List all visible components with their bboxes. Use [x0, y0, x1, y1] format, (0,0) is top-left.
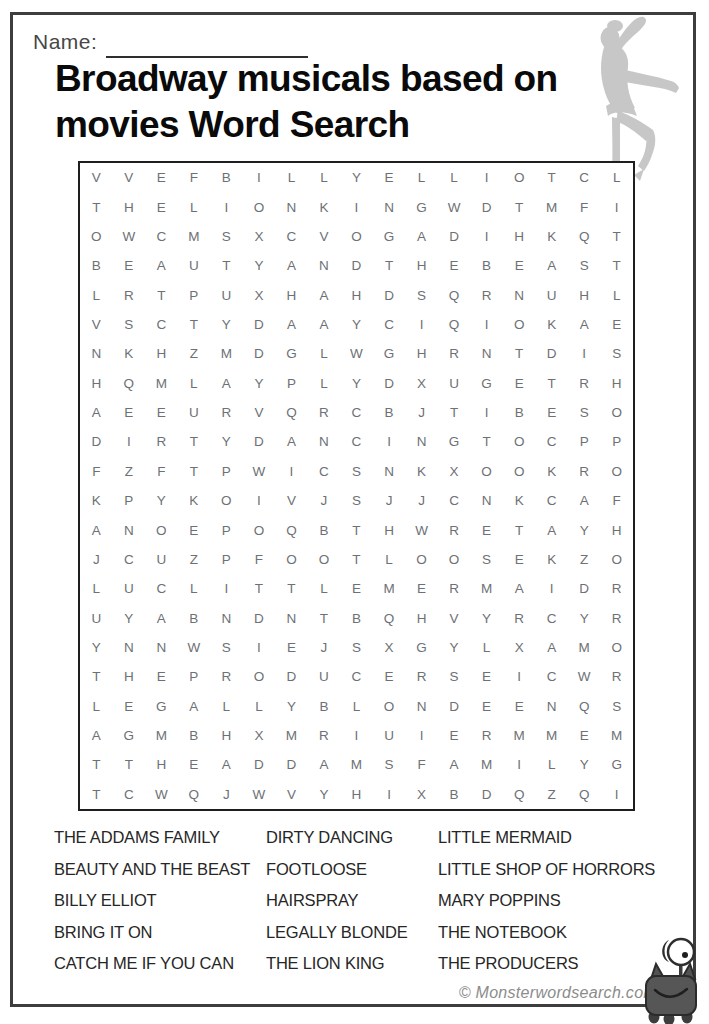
grid-cell[interactable]: L — [470, 633, 503, 662]
grid-cell[interactable]: G — [113, 721, 146, 750]
grid-cell[interactable]: L — [600, 280, 633, 309]
grid-cell[interactable]: M — [145, 721, 178, 750]
grid-cell[interactable]: K — [113, 339, 146, 368]
grid-cell[interactable]: R — [438, 574, 471, 603]
grid-cell[interactable]: A — [503, 574, 536, 603]
grid-cell[interactable]: M — [600, 721, 633, 750]
grid-cell[interactable]: C — [340, 398, 373, 427]
grid-cell[interactable]: E — [470, 515, 503, 544]
grid-cell[interactable]: I — [340, 721, 373, 750]
grid-cell[interactable]: M — [373, 574, 406, 603]
grid-cell[interactable]: R — [113, 280, 146, 309]
grid-cell[interactable]: R — [308, 398, 341, 427]
grid-cell[interactable]: Q — [113, 369, 146, 398]
grid-cell[interactable]: O — [373, 692, 406, 721]
grid-cell[interactable]: T — [535, 369, 568, 398]
grid-cell[interactable]: O — [243, 662, 276, 691]
grid-cell[interactable]: K — [178, 486, 211, 515]
grid-cell[interactable]: E — [373, 662, 406, 691]
grid-cell[interactable]: O — [503, 427, 536, 456]
grid-cell[interactable]: E — [600, 310, 633, 339]
grid-cell[interactable]: T — [600, 222, 633, 251]
grid-cell[interactable]: C — [113, 780, 146, 809]
grid-cell[interactable]: Q — [178, 780, 211, 809]
grid-cell[interactable]: L — [308, 574, 341, 603]
grid-cell[interactable]: E — [113, 398, 146, 427]
grid-cell[interactable]: U — [210, 280, 243, 309]
grid-cell[interactable]: I — [275, 457, 308, 486]
grid-cell[interactable]: M — [470, 750, 503, 779]
grid-cell[interactable]: B — [470, 251, 503, 280]
grid-cell[interactable]: O — [503, 457, 536, 486]
grid-cell[interactable]: C — [568, 163, 601, 192]
grid-cell[interactable]: H — [210, 721, 243, 750]
grid-cell[interactable]: Y — [568, 750, 601, 779]
grid-cell[interactable]: K — [535, 457, 568, 486]
grid-cell[interactable]: A — [145, 603, 178, 632]
grid-cell[interactable]: S — [600, 692, 633, 721]
grid-cell[interactable]: H — [405, 339, 438, 368]
grid-cell[interactable]: O — [503, 163, 536, 192]
grid-cell[interactable]: R — [568, 457, 601, 486]
grid-cell[interactable]: S — [470, 545, 503, 574]
grid-cell[interactable]: R — [308, 721, 341, 750]
grid-cell[interactable]: E — [275, 633, 308, 662]
grid-cell[interactable]: T — [210, 251, 243, 280]
grid-cell[interactable]: X — [438, 457, 471, 486]
grid-cell[interactable]: I — [210, 192, 243, 221]
grid-cell[interactable]: T — [503, 192, 536, 221]
grid-cell[interactable]: S — [600, 339, 633, 368]
grid-cell[interactable]: A — [405, 222, 438, 251]
grid-cell[interactable]: A — [535, 251, 568, 280]
grid-cell[interactable]: N — [275, 192, 308, 221]
grid-cell[interactable]: Y — [568, 515, 601, 544]
grid-cell[interactable]: G — [438, 427, 471, 456]
grid-cell[interactable]: T — [600, 251, 633, 280]
grid-cell[interactable]: H — [113, 192, 146, 221]
grid-cell[interactable]: Y — [210, 310, 243, 339]
grid-cell[interactable]: P — [178, 662, 211, 691]
grid-cell[interactable]: E — [470, 692, 503, 721]
grid-cell[interactable]: Q — [438, 310, 471, 339]
grid-cell[interactable]: I — [470, 310, 503, 339]
grid-cell[interactable]: Q — [568, 780, 601, 809]
grid-cell[interactable]: D — [243, 750, 276, 779]
grid-cell[interactable]: G — [275, 339, 308, 368]
grid-cell[interactable]: K — [308, 192, 341, 221]
grid-cell[interactable]: T — [145, 280, 178, 309]
grid-cell[interactable]: O — [275, 545, 308, 574]
grid-cell[interactable]: E — [438, 251, 471, 280]
grid-cell[interactable]: M — [145, 369, 178, 398]
grid-cell[interactable]: P — [210, 545, 243, 574]
grid-cell[interactable]: D — [243, 603, 276, 632]
grid-cell[interactable]: H — [600, 369, 633, 398]
grid-cell[interactable]: X — [243, 280, 276, 309]
grid-cell[interactable]: M — [210, 339, 243, 368]
grid-cell[interactable]: E — [113, 692, 146, 721]
grid-cell[interactable]: M — [568, 633, 601, 662]
grid-cell[interactable]: E — [503, 369, 536, 398]
grid-cell[interactable]: M — [535, 192, 568, 221]
grid-cell[interactable]: I — [600, 192, 633, 221]
grid-cell[interactable]: O — [600, 457, 633, 486]
grid-cell[interactable]: B — [503, 398, 536, 427]
grid-cell[interactable]: T — [438, 398, 471, 427]
grid-cell[interactable]: T — [535, 163, 568, 192]
grid-cell[interactable]: S — [340, 633, 373, 662]
grid-cell[interactable]: C — [340, 662, 373, 691]
grid-cell[interactable]: A — [145, 251, 178, 280]
grid-cell[interactable]: E — [438, 721, 471, 750]
grid-cell[interactable]: N — [373, 192, 406, 221]
grid-cell[interactable]: F — [243, 545, 276, 574]
grid-cell[interactable]: T — [178, 427, 211, 456]
grid-cell[interactable]: P — [113, 486, 146, 515]
grid-cell[interactable]: E — [470, 662, 503, 691]
grid-cell[interactable]: N — [405, 692, 438, 721]
grid-cell[interactable]: T — [340, 545, 373, 574]
grid-cell[interactable]: K — [535, 222, 568, 251]
grid-cell[interactable]: H — [405, 603, 438, 632]
grid-cell[interactable]: Y — [275, 692, 308, 721]
grid-cell[interactable]: D — [470, 192, 503, 221]
grid-cell[interactable]: R — [568, 369, 601, 398]
grid-cell[interactable]: L — [178, 574, 211, 603]
grid-cell[interactable]: L — [308, 369, 341, 398]
grid-cell[interactable]: H — [80, 369, 113, 398]
grid-cell[interactable]: F — [145, 457, 178, 486]
grid-cell[interactable]: A — [308, 310, 341, 339]
grid-cell[interactable]: B — [178, 721, 211, 750]
grid-cell[interactable]: E — [145, 192, 178, 221]
grid-cell[interactable]: K — [535, 545, 568, 574]
grid-cell[interactable]: A — [80, 398, 113, 427]
grid-cell[interactable]: X — [243, 721, 276, 750]
grid-cell[interactable]: Y — [243, 369, 276, 398]
grid-cell[interactable]: L — [243, 692, 276, 721]
grid-cell[interactable]: Y — [568, 603, 601, 632]
grid-cell[interactable]: R — [145, 427, 178, 456]
grid-cell[interactable]: C — [145, 310, 178, 339]
grid-cell[interactable]: C — [535, 603, 568, 632]
grid-cell[interactable]: C — [438, 486, 471, 515]
grid-cell[interactable]: L — [210, 692, 243, 721]
grid-cell[interactable]: H — [145, 339, 178, 368]
grid-cell[interactable]: P — [178, 280, 211, 309]
grid-cell[interactable]: T — [178, 457, 211, 486]
grid-cell[interactable]: F — [80, 457, 113, 486]
grid-cell[interactable]: J — [80, 545, 113, 574]
grid-cell[interactable]: C — [535, 427, 568, 456]
grid-cell[interactable]: P — [275, 369, 308, 398]
grid-cell[interactable]: E — [145, 163, 178, 192]
grid-cell[interactable]: L — [405, 163, 438, 192]
grid-cell[interactable]: W — [145, 780, 178, 809]
grid-cell[interactable]: V — [275, 780, 308, 809]
grid-cell[interactable]: P — [600, 427, 633, 456]
grid-cell[interactable]: D — [243, 339, 276, 368]
grid-cell[interactable]: J — [405, 398, 438, 427]
grid-cell[interactable]: I — [568, 339, 601, 368]
grid-cell[interactable]: N — [405, 427, 438, 456]
grid-cell[interactable]: A — [438, 750, 471, 779]
grid-cell[interactable]: N — [113, 633, 146, 662]
grid-cell[interactable]: L — [340, 692, 373, 721]
grid-cell[interactable]: Z — [568, 545, 601, 574]
grid-cell[interactable]: Q — [503, 780, 536, 809]
grid-cell[interactable]: U — [178, 251, 211, 280]
grid-cell[interactable]: I — [405, 310, 438, 339]
grid-cell[interactable]: D — [80, 427, 113, 456]
grid-cell[interactable]: O — [503, 310, 536, 339]
grid-cell[interactable]: M — [470, 574, 503, 603]
grid-cell[interactable]: Z — [178, 545, 211, 574]
grid-cell[interactable]: E — [113, 251, 146, 280]
grid-cell[interactable]: C — [113, 545, 146, 574]
grid-cell[interactable]: K — [535, 310, 568, 339]
grid-cell[interactable]: N — [145, 633, 178, 662]
grid-cell[interactable]: I — [243, 163, 276, 192]
grid-cell[interactable]: X — [405, 369, 438, 398]
grid-cell[interactable]: N — [308, 251, 341, 280]
grid-cell[interactable]: A — [535, 633, 568, 662]
grid-cell[interactable]: J — [308, 486, 341, 515]
grid-cell[interactable]: D — [470, 780, 503, 809]
grid-cell[interactable]: L — [308, 339, 341, 368]
grid-cell[interactable]: H — [113, 662, 146, 691]
grid-cell[interactable]: I — [373, 427, 406, 456]
grid-cell[interactable]: H — [275, 280, 308, 309]
grid-cell[interactable]: J — [308, 633, 341, 662]
grid-cell[interactable]: S — [210, 222, 243, 251]
grid-cell[interactable]: N — [470, 339, 503, 368]
grid-cell[interactable]: E — [145, 662, 178, 691]
grid-cell[interactable]: G — [405, 633, 438, 662]
grid-cell[interactable]: U — [438, 369, 471, 398]
grid-cell[interactable]: T — [80, 662, 113, 691]
grid-cell[interactable]: I — [470, 222, 503, 251]
grid-cell[interactable]: R — [210, 662, 243, 691]
grid-cell[interactable]: B — [373, 398, 406, 427]
grid-cell[interactable]: C — [308, 457, 341, 486]
grid-cell[interactable]: O — [438, 545, 471, 574]
grid-cell[interactable]: I — [470, 163, 503, 192]
grid-cell[interactable]: G — [405, 192, 438, 221]
name-blank-line[interactable] — [106, 34, 308, 58]
grid-cell[interactable]: Y — [308, 780, 341, 809]
grid-cell[interactable]: D — [243, 427, 276, 456]
grid-cell[interactable]: C — [373, 310, 406, 339]
grid-cell[interactable]: N — [535, 692, 568, 721]
grid-cell[interactable]: O — [600, 545, 633, 574]
grid-cell[interactable]: V — [243, 398, 276, 427]
grid-cell[interactable]: R — [210, 398, 243, 427]
grid-cell[interactable]: O — [210, 486, 243, 515]
grid-cell[interactable]: A — [308, 750, 341, 779]
grid-cell[interactable]: U — [535, 280, 568, 309]
grid-cell[interactable]: X — [405, 780, 438, 809]
grid-cell[interactable]: S — [113, 310, 146, 339]
grid-cell[interactable]: D — [275, 750, 308, 779]
grid-cell[interactable]: T — [178, 310, 211, 339]
grid-cell[interactable]: E — [178, 515, 211, 544]
grid-cell[interactable]: V — [113, 163, 146, 192]
grid-cell[interactable]: S — [210, 633, 243, 662]
grid-cell[interactable]: S — [405, 280, 438, 309]
grid-cell[interactable]: O — [470, 457, 503, 486]
grid-cell[interactable]: Y — [340, 163, 373, 192]
grid-cell[interactable]: C — [340, 427, 373, 456]
grid-cell[interactable]: B — [308, 515, 341, 544]
grid-cell[interactable]: Q — [438, 280, 471, 309]
grid-cell[interactable]: R — [405, 662, 438, 691]
grid-cell[interactable]: X — [243, 222, 276, 251]
grid-cell[interactable]: A — [275, 427, 308, 456]
grid-cell[interactable]: H — [600, 515, 633, 544]
grid-cell[interactable]: Q — [568, 692, 601, 721]
grid-cell[interactable]: G — [470, 369, 503, 398]
grid-cell[interactable]: L — [80, 280, 113, 309]
grid-cell[interactable]: R — [470, 280, 503, 309]
grid-cell[interactable]: I — [503, 662, 536, 691]
grid-cell[interactable]: O — [600, 633, 633, 662]
grid-cell[interactable]: G — [373, 339, 406, 368]
grid-cell[interactable]: R — [600, 603, 633, 632]
grid-cell[interactable]: X — [503, 633, 536, 662]
grid-cell[interactable]: D — [535, 339, 568, 368]
grid-cell[interactable]: F — [178, 163, 211, 192]
grid-cell[interactable]: L — [600, 163, 633, 192]
grid-cell[interactable]: I — [243, 633, 276, 662]
grid-cell[interactable]: L — [373, 545, 406, 574]
grid-cell[interactable]: C — [145, 222, 178, 251]
grid-cell[interactable]: I — [535, 574, 568, 603]
grid-cell[interactable]: D — [373, 369, 406, 398]
grid-cell[interactable]: C — [275, 222, 308, 251]
grid-cell[interactable]: T — [113, 750, 146, 779]
grid-cell[interactable]: R — [600, 574, 633, 603]
grid-cell[interactable]: L — [535, 750, 568, 779]
grid-cell[interactable]: A — [308, 280, 341, 309]
grid-cell[interactable]: S — [340, 486, 373, 515]
grid-cell[interactable]: U — [113, 574, 146, 603]
grid-cell[interactable]: A — [535, 515, 568, 544]
grid-cell[interactable]: R — [503, 603, 536, 632]
grid-cell[interactable]: I — [600, 780, 633, 809]
grid-cell[interactable]: N — [308, 427, 341, 456]
grid-cell[interactable]: M — [178, 222, 211, 251]
grid-cell[interactable]: O — [405, 545, 438, 574]
grid-cell[interactable]: L — [80, 574, 113, 603]
grid-cell[interactable]: A — [568, 486, 601, 515]
grid-cell[interactable]: O — [145, 515, 178, 544]
grid-cell[interactable]: D — [243, 310, 276, 339]
grid-cell[interactable]: C — [145, 574, 178, 603]
grid-cell[interactable]: L — [178, 369, 211, 398]
grid-cell[interactable]: A — [80, 721, 113, 750]
grid-cell[interactable]: S — [438, 662, 471, 691]
grid-cell[interactable]: T — [470, 427, 503, 456]
grid-cell[interactable]: O — [243, 515, 276, 544]
grid-cell[interactable]: W — [113, 222, 146, 251]
grid-cell[interactable]: A — [210, 750, 243, 779]
grid-cell[interactable]: Y — [470, 603, 503, 632]
grid-cell[interactable]: G — [600, 750, 633, 779]
grid-cell[interactable]: Y — [145, 486, 178, 515]
grid-cell[interactable]: F — [600, 486, 633, 515]
grid-cell[interactable]: W — [243, 457, 276, 486]
grid-cell[interactable]: A — [178, 692, 211, 721]
grid-cell[interactable]: W — [340, 339, 373, 368]
grid-cell[interactable]: D — [340, 251, 373, 280]
grid-cell[interactable]: U — [145, 545, 178, 574]
grid-cell[interactable]: F — [568, 192, 601, 221]
grid-cell[interactable]: L — [178, 192, 211, 221]
grid-cell[interactable]: V — [80, 163, 113, 192]
grid-cell[interactable]: A — [275, 310, 308, 339]
grid-cell[interactable]: L — [308, 163, 341, 192]
grid-cell[interactable]: Y — [210, 427, 243, 456]
grid-cell[interactable]: H — [340, 780, 373, 809]
grid-cell[interactable]: K — [405, 457, 438, 486]
grid-cell[interactable]: E — [145, 398, 178, 427]
grid-cell[interactable]: H — [340, 280, 373, 309]
grid-cell[interactable]: A — [275, 251, 308, 280]
grid-cell[interactable]: B — [308, 692, 341, 721]
grid-cell[interactable]: Y — [438, 633, 471, 662]
grid-cell[interactable]: A — [80, 515, 113, 544]
grid-cell[interactable]: E — [568, 721, 601, 750]
grid-cell[interactable]: Z — [113, 457, 146, 486]
grid-cell[interactable]: T — [243, 574, 276, 603]
grid-cell[interactable]: M — [340, 750, 373, 779]
grid-cell[interactable]: Y — [340, 369, 373, 398]
grid-cell[interactable]: S — [340, 457, 373, 486]
grid-cell[interactable]: D — [373, 280, 406, 309]
grid-cell[interactable]: N — [210, 603, 243, 632]
grid-cell[interactable]: E — [535, 398, 568, 427]
grid-cell[interactable]: B — [178, 603, 211, 632]
grid-cell[interactable]: O — [80, 222, 113, 251]
grid-cell[interactable]: D — [438, 692, 471, 721]
grid-cell[interactable]: E — [503, 545, 536, 574]
grid-cell[interactable]: V — [80, 310, 113, 339]
grid-cell[interactable]: Y — [243, 251, 276, 280]
grid-cell[interactable]: Q — [568, 222, 601, 251]
grid-cell[interactable]: N — [80, 339, 113, 368]
grid-cell[interactable]: T — [275, 574, 308, 603]
grid-cell[interactable]: O — [243, 192, 276, 221]
grid-cell[interactable]: P — [210, 515, 243, 544]
grid-cell[interactable]: M — [535, 721, 568, 750]
grid-cell[interactable]: R — [438, 339, 471, 368]
grid-cell[interactable]: A — [568, 310, 601, 339]
grid-cell[interactable]: S — [568, 398, 601, 427]
grid-cell[interactable]: O — [308, 545, 341, 574]
grid-cell[interactable]: D — [438, 222, 471, 251]
grid-cell[interactable]: L — [438, 163, 471, 192]
grid-cell[interactable]: W — [405, 515, 438, 544]
grid-cell[interactable]: W — [568, 662, 601, 691]
grid-cell[interactable]: U — [308, 662, 341, 691]
grid-cell[interactable]: J — [373, 486, 406, 515]
grid-cell[interactable]: H — [405, 251, 438, 280]
grid-cell[interactable]: L — [80, 692, 113, 721]
grid-cell[interactable]: N — [503, 280, 536, 309]
grid-cell[interactable]: G — [373, 222, 406, 251]
